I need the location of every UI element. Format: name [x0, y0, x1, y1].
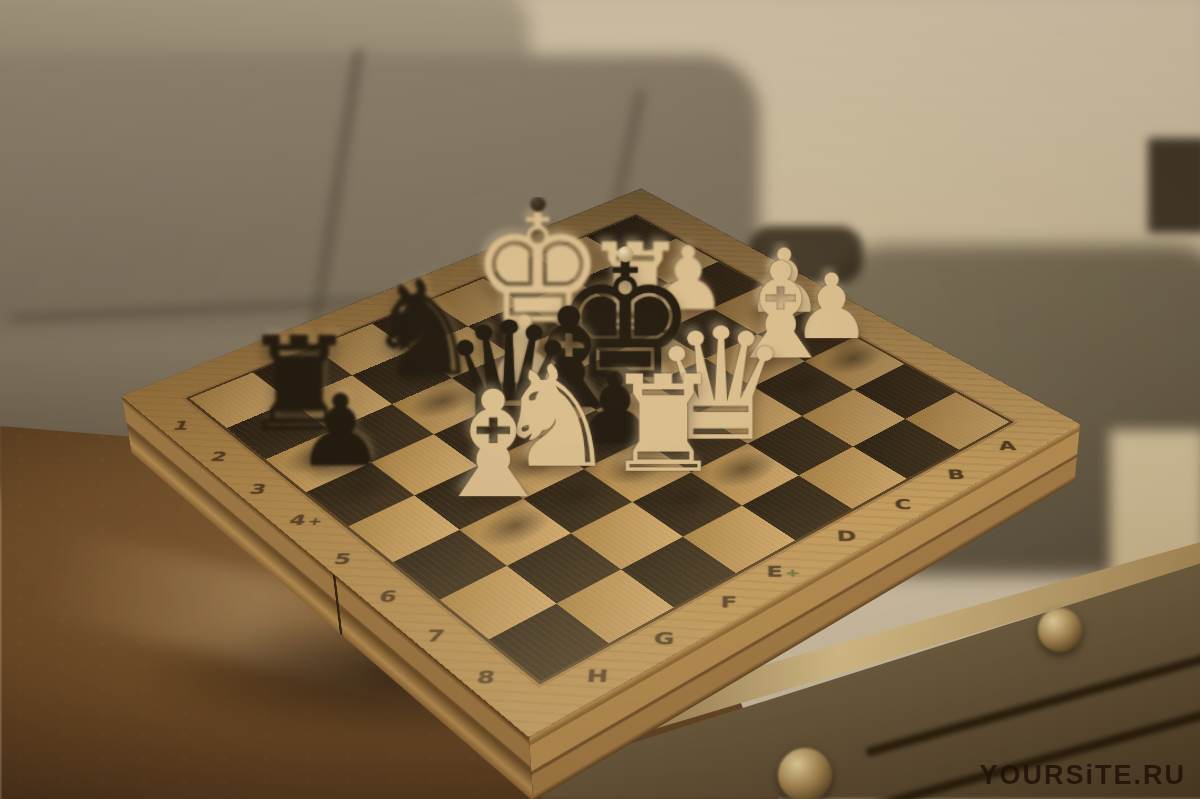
file-label-E: E+: [766, 563, 800, 581]
file-label-D: D: [836, 528, 857, 545]
chess-board: ♛♜♟♝♟♞♝♟♚♝♛♟♜♟♟♚♞♜ ABCDE+FGH 87654+321: [122, 189, 1080, 738]
board-grid: ♛♜♟♝♟♞♝♟♚♝♛♟♜♟♟♚♞♜: [190, 216, 1010, 681]
white-rook[interactable]: ♜: [604, 361, 724, 488]
file-label-C: C: [894, 496, 913, 512]
rank-label-3: 3: [248, 481, 269, 497]
watermark: YOURSiTE.RU: [979, 760, 1186, 791]
rank-label-6: 6: [377, 587, 398, 605]
file-label-F: F: [720, 593, 737, 611]
file-label-B: B: [946, 467, 965, 482]
rank-label-1: 1: [171, 418, 192, 432]
rank-label-4: 4+: [288, 512, 326, 528]
file-label-A: A: [997, 438, 1017, 453]
white-bishop[interactable]: ♝: [427, 375, 559, 515]
rank-label-5: 5: [332, 550, 353, 567]
photo-stage: ♛♜♟♝♟♞♝♟♚♝♛♟♜♟♟♚♞♜ ABCDE+FGH 87654+321 Y…: [0, 0, 1200, 799]
rank-label-7: 7: [425, 626, 446, 645]
edge-mark: +: [306, 515, 324, 527]
black-pawn[interactable]: ♟: [296, 384, 385, 478]
rank-label-2: 2: [208, 449, 229, 464]
edge-mark: +: [785, 566, 801, 579]
board-3d-scene: ♛♜♟♝♟♞♝♟♚♝♛♟♜♟♟♚♞♜ ABCDE+FGH 87654+321: [0, 0, 1200, 799]
file-label-G: G: [653, 629, 674, 648]
file-label-H: H: [586, 666, 609, 686]
rank-label-8: 8: [475, 667, 496, 687]
